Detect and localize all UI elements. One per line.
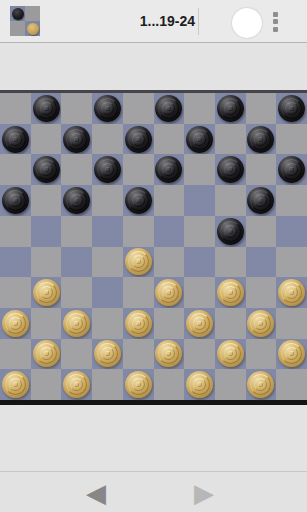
light-square bbox=[123, 339, 154, 370]
square-26[interactable] bbox=[0, 247, 31, 278]
square-44[interactable]: ⛀ bbox=[215, 339, 246, 370]
black-man-piece[interactable]: ⛂ bbox=[63, 126, 90, 153]
light-square bbox=[0, 216, 31, 247]
light-square bbox=[246, 216, 277, 247]
light-square bbox=[154, 124, 185, 155]
white-mini-piece bbox=[27, 23, 39, 35]
light-square bbox=[123, 93, 154, 124]
black-man-piece[interactable]: ⛂ bbox=[217, 95, 244, 122]
light-square bbox=[123, 277, 154, 308]
white-man-piece[interactable]: ⛀ bbox=[186, 371, 213, 398]
black-man-piece[interactable]: ⛂ bbox=[63, 187, 90, 214]
square-6[interactable]: ⛂ bbox=[0, 124, 31, 155]
square-29[interactable] bbox=[184, 247, 215, 278]
light-square bbox=[92, 124, 123, 155]
square-14[interactable]: ⛂ bbox=[215, 154, 246, 185]
square-21[interactable] bbox=[31, 216, 62, 247]
square-1[interactable]: ⛂ bbox=[31, 93, 62, 124]
square-43[interactable]: ⛀ bbox=[154, 339, 185, 370]
square-31[interactable]: ⛀ bbox=[31, 277, 62, 308]
white-man-piece[interactable]: ⛀ bbox=[125, 248, 152, 275]
white-man-piece[interactable]: ⛀ bbox=[247, 310, 274, 337]
white-man-piece[interactable]: ⛀ bbox=[217, 340, 244, 367]
square-46[interactable]: ⛀ bbox=[0, 369, 31, 400]
light-square bbox=[184, 154, 215, 185]
white-man-piece[interactable]: ⛀ bbox=[278, 340, 305, 367]
light-square bbox=[61, 93, 92, 124]
square-36[interactable]: ⛀ bbox=[0, 308, 31, 339]
square-34[interactable]: ⛀ bbox=[215, 277, 246, 308]
light-square bbox=[215, 247, 246, 278]
light-square bbox=[31, 369, 62, 400]
light-square bbox=[31, 308, 62, 339]
light-square bbox=[184, 93, 215, 124]
overflow-menu-icon[interactable] bbox=[269, 10, 281, 36]
square-11[interactable]: ⛂ bbox=[31, 154, 62, 185]
light-square bbox=[246, 93, 277, 124]
white-man-piece[interactable]: ⛀ bbox=[247, 371, 274, 398]
white-man-piece[interactable]: ⛀ bbox=[63, 371, 90, 398]
black-man-piece[interactable]: ⛂ bbox=[2, 187, 29, 214]
square-49[interactable]: ⛀ bbox=[184, 369, 215, 400]
black-man-piece[interactable]: ⛂ bbox=[33, 156, 60, 183]
white-man-piece[interactable]: ⛀ bbox=[186, 310, 213, 337]
light-square bbox=[92, 369, 123, 400]
black-man-piece[interactable]: ⛂ bbox=[125, 187, 152, 214]
square-50[interactable]: ⛀ bbox=[246, 369, 277, 400]
white-man-piece[interactable]: ⛀ bbox=[155, 279, 182, 306]
light-square bbox=[215, 369, 246, 400]
app-logo-checkers-icon bbox=[10, 6, 40, 36]
black-man-piece[interactable]: ⛂ bbox=[155, 156, 182, 183]
white-man-piece[interactable]: ⛀ bbox=[125, 310, 152, 337]
white-man-piece[interactable]: ⛀ bbox=[33, 279, 60, 306]
light-square bbox=[276, 247, 307, 278]
black-man-piece[interactable]: ⛂ bbox=[2, 126, 29, 153]
black-man-piece[interactable]: ⛂ bbox=[155, 95, 182, 122]
white-man-piece[interactable]: ⛀ bbox=[2, 371, 29, 398]
square-30[interactable] bbox=[246, 247, 277, 278]
square-9[interactable]: ⛂ bbox=[184, 124, 215, 155]
white-man-piece[interactable]: ⛀ bbox=[33, 340, 60, 367]
light-square bbox=[0, 93, 31, 124]
square-15[interactable]: ⛂ bbox=[276, 154, 307, 185]
square-40[interactable]: ⛀ bbox=[246, 308, 277, 339]
square-20[interactable]: ⛂ bbox=[246, 185, 277, 216]
square-5[interactable]: ⛂ bbox=[276, 93, 307, 124]
white-man-piece[interactable]: ⛀ bbox=[278, 279, 305, 306]
light-square bbox=[246, 277, 277, 308]
back-move-button[interactable]: ◀ bbox=[70, 472, 122, 512]
square-42[interactable]: ⛀ bbox=[92, 339, 123, 370]
black-man-piece[interactable]: ⛂ bbox=[247, 187, 274, 214]
black-man-piece[interactable]: ⛂ bbox=[186, 126, 213, 153]
black-man-piece[interactable]: ⛂ bbox=[278, 95, 305, 122]
square-35[interactable]: ⛀ bbox=[276, 277, 307, 308]
black-man-piece[interactable]: ⛂ bbox=[217, 156, 244, 183]
light-square bbox=[31, 247, 62, 278]
last-move-label: 1...19-24 bbox=[140, 0, 195, 42]
turn-indicator-white-circle bbox=[232, 8, 262, 38]
square-39[interactable]: ⛀ bbox=[184, 308, 215, 339]
square-38[interactable]: ⛀ bbox=[123, 308, 154, 339]
white-man-piece[interactable]: ⛀ bbox=[2, 310, 29, 337]
black-man-piece[interactable]: ⛂ bbox=[278, 156, 305, 183]
light-square bbox=[276, 369, 307, 400]
black-man-piece[interactable]: ⛂ bbox=[247, 126, 274, 153]
light-square bbox=[92, 185, 123, 216]
square-37[interactable]: ⛀ bbox=[61, 308, 92, 339]
light-square bbox=[61, 154, 92, 185]
light-square bbox=[215, 185, 246, 216]
white-man-piece[interactable]: ⛀ bbox=[155, 340, 182, 367]
square-7[interactable]: ⛂ bbox=[61, 124, 92, 155]
light-square bbox=[215, 308, 246, 339]
white-man-piece[interactable]: ⛀ bbox=[94, 340, 121, 367]
light-square bbox=[92, 308, 123, 339]
forward-move-button[interactable]: ▶ bbox=[178, 472, 230, 512]
light-square bbox=[276, 124, 307, 155]
square-41[interactable]: ⛀ bbox=[31, 339, 62, 370]
light-square bbox=[61, 339, 92, 370]
square-16[interactable]: ⛂ bbox=[0, 185, 31, 216]
square-8[interactable]: ⛂ bbox=[123, 124, 154, 155]
light-square bbox=[0, 277, 31, 308]
light-square bbox=[184, 339, 215, 370]
light-square bbox=[31, 185, 62, 216]
square-17[interactable]: ⛂ bbox=[61, 185, 92, 216]
square-12[interactable]: ⛂ bbox=[92, 154, 123, 185]
square-28[interactable]: ⛀ bbox=[123, 247, 154, 278]
light-square bbox=[0, 339, 31, 370]
light-square bbox=[246, 154, 277, 185]
square-24[interactable]: ⛂ bbox=[215, 216, 246, 247]
light-square bbox=[123, 216, 154, 247]
black-man-piece[interactable]: ⛂ bbox=[94, 156, 121, 183]
light-square bbox=[154, 185, 185, 216]
square-13[interactable]: ⛂ bbox=[154, 154, 185, 185]
light-square bbox=[123, 154, 154, 185]
square-45[interactable]: ⛀ bbox=[276, 339, 307, 370]
board: ⛂⛂⛂⛂⛂⛂⛂⛂⛂⛂⛂⛂⛂⛂⛂⛂⛂⛂⛂⛂⛀⛀⛀⛀⛀⛀⛀⛀⛀⛀⛀⛀⛀⛀⛀⛀⛀⛀⛀⛀ bbox=[0, 90, 307, 405]
light-square bbox=[184, 216, 215, 247]
light-square bbox=[215, 124, 246, 155]
light-square bbox=[154, 308, 185, 339]
square-19[interactable] bbox=[184, 185, 215, 216]
white-man-piece[interactable]: ⛀ bbox=[63, 310, 90, 337]
square-18[interactable]: ⛂ bbox=[123, 185, 154, 216]
square-48[interactable]: ⛀ bbox=[123, 369, 154, 400]
title-bar-divider bbox=[198, 8, 199, 35]
black-man-piece[interactable]: ⛂ bbox=[125, 126, 152, 153]
light-square bbox=[0, 154, 31, 185]
white-man-piece[interactable]: ⛀ bbox=[217, 279, 244, 306]
square-47[interactable]: ⛀ bbox=[61, 369, 92, 400]
square-23[interactable] bbox=[154, 216, 185, 247]
black-man-piece[interactable]: ⛂ bbox=[217, 218, 244, 245]
square-33[interactable]: ⛀ bbox=[154, 277, 185, 308]
black-man-piece[interactable]: ⛂ bbox=[94, 95, 121, 122]
title-bar: 1...19-24 bbox=[0, 0, 307, 43]
light-square bbox=[276, 308, 307, 339]
light-square bbox=[61, 216, 92, 247]
light-square bbox=[276, 185, 307, 216]
square-27[interactable] bbox=[61, 247, 92, 278]
square-4[interactable]: ⛂ bbox=[215, 93, 246, 124]
light-square bbox=[31, 124, 62, 155]
light-square bbox=[246, 339, 277, 370]
white-man-piece[interactable]: ⛀ bbox=[125, 371, 152, 398]
light-square bbox=[92, 247, 123, 278]
light-square bbox=[184, 277, 215, 308]
square-10[interactable]: ⛂ bbox=[246, 124, 277, 155]
square-25[interactable] bbox=[276, 216, 307, 247]
light-square bbox=[154, 369, 185, 400]
square-3[interactable]: ⛂ bbox=[154, 93, 185, 124]
light-square bbox=[61, 277, 92, 308]
square-2[interactable]: ⛂ bbox=[92, 93, 123, 124]
bottom-nav-bar: ◀ ▶ bbox=[0, 471, 307, 512]
square-22[interactable] bbox=[92, 216, 123, 247]
black-mini-piece bbox=[12, 8, 24, 20]
light-square bbox=[154, 247, 185, 278]
black-man-piece[interactable]: ⛂ bbox=[33, 95, 60, 122]
square-32[interactable] bbox=[92, 277, 123, 308]
